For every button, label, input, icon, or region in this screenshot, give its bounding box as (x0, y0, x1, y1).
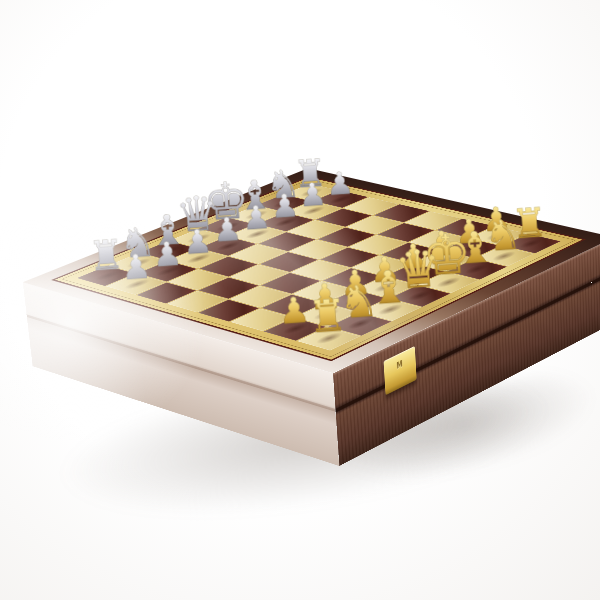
gold-rook-glyph: ♜ (306, 293, 348, 339)
silver-pawn-glyph: ♟ (151, 237, 183, 272)
latch-monogram: M (396, 359, 402, 371)
silver-rook-glyph: ♜ (86, 234, 125, 277)
silver-pawn-glyph: ♟ (181, 225, 212, 259)
case-latch[interactable]: M (383, 346, 416, 395)
wooden-case: ♜♞♝♛♚♝♞♜♟♟♟♟♟♟♟♟♟♟♟♟♟♟♟♟♜♞♝♛♚♝♞♜ M (104, 123, 546, 565)
silver-pawn-glyph: ♟ (120, 250, 152, 285)
product-photo-chess-set: ♜♞♝♛♚♝♞♜♟♟♟♟♟♟♟♟♟♟♟♟♟♟♟♟♜♞♝♛♚♝♞♜ M (0, 0, 600, 600)
gold-pawn-glyph: ♟ (277, 292, 311, 329)
